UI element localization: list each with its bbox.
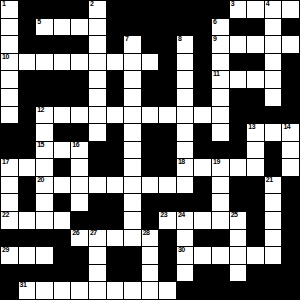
- crossword-cell[interactable]: [177, 54, 194, 71]
- crossword-cell[interactable]: 5: [36, 19, 53, 36]
- block-cell: [54, 159, 71, 176]
- crossword-cell[interactable]: [54, 107, 71, 124]
- block-cell: [89, 159, 106, 176]
- crossword-cell[interactable]: [107, 230, 124, 247]
- block-cell: [36, 36, 53, 53]
- crossword-cell[interactable]: [142, 107, 159, 124]
- block-cell: [159, 265, 176, 282]
- crossword-cell[interactable]: [71, 177, 88, 194]
- crossword-cell[interactable]: [19, 54, 36, 71]
- crossword-cell[interactable]: [159, 282, 176, 299]
- crossword-cell[interactable]: [1, 194, 18, 211]
- crossword-cell[interactable]: [124, 282, 141, 299]
- block-cell: [36, 230, 53, 247]
- crossword-cell[interactable]: [1, 36, 18, 53]
- crossword-cell[interactable]: 20: [36, 177, 53, 194]
- crossword-cell[interactable]: [36, 159, 53, 176]
- block-cell: [19, 265, 36, 282]
- block-cell: [107, 1, 124, 18]
- crossword-cell[interactable]: [89, 247, 106, 264]
- block-cell: [36, 265, 53, 282]
- block-cell: [282, 230, 299, 247]
- block-cell: [194, 71, 211, 88]
- clue-number: 13: [248, 123, 255, 131]
- crossword-cell[interactable]: 22: [1, 212, 18, 229]
- block-cell: [54, 194, 71, 211]
- block-cell: [159, 159, 176, 176]
- crossword-cell[interactable]: [247, 159, 264, 176]
- clue-number: 30: [178, 246, 185, 254]
- block-cell: [247, 54, 264, 71]
- crossword-cell[interactable]: [177, 265, 194, 282]
- crossword-cell[interactable]: [159, 177, 176, 194]
- crossword-cell[interactable]: [265, 124, 282, 141]
- crossword-cell[interactable]: [36, 54, 53, 71]
- block-cell: [54, 1, 71, 18]
- block-cell: [71, 247, 88, 264]
- clue-number: 3: [231, 0, 234, 8]
- block-cell: [212, 142, 229, 159]
- block-cell: [247, 265, 264, 282]
- clue-number: 15: [37, 141, 44, 149]
- block-cell: [36, 89, 53, 106]
- crossword-cell[interactable]: [194, 247, 211, 264]
- block-cell: [194, 230, 211, 247]
- crossword-cell[interactable]: [230, 247, 247, 264]
- crossword-cell[interactable]: [54, 212, 71, 229]
- crossword-cell[interactable]: 15: [36, 142, 53, 159]
- crossword-cell[interactable]: [89, 265, 106, 282]
- block-cell: [159, 230, 176, 247]
- crossword-cell[interactable]: [194, 212, 211, 229]
- block-cell: [177, 282, 194, 299]
- crossword-cell[interactable]: [177, 142, 194, 159]
- crossword-cell[interactable]: [1, 71, 18, 88]
- block-cell: [159, 89, 176, 106]
- crossword-cell[interactable]: [36, 247, 53, 264]
- crossword-cell[interactable]: 23: [159, 212, 176, 229]
- block-cell: [107, 212, 124, 229]
- block-cell: [71, 36, 88, 53]
- crossword-cell[interactable]: [89, 177, 106, 194]
- block-cell: [89, 142, 106, 159]
- block-cell: [265, 265, 282, 282]
- block-cell: [54, 265, 71, 282]
- block-cell: [1, 230, 18, 247]
- crossword-cell[interactable]: [89, 19, 106, 36]
- block-cell: [230, 194, 247, 211]
- block-cell: [124, 247, 141, 264]
- crossword-cell[interactable]: 28: [142, 230, 159, 247]
- crossword-cell[interactable]: [54, 177, 71, 194]
- block-cell: [71, 89, 88, 106]
- block-cell: [282, 89, 299, 106]
- crossword-cell[interactable]: [19, 247, 36, 264]
- crossword-cell[interactable]: [265, 36, 282, 53]
- block-cell: [19, 124, 36, 141]
- clue-number: 10: [2, 53, 9, 61]
- block-cell: [19, 89, 36, 106]
- block-cell: [212, 265, 229, 282]
- block-cell: [142, 124, 159, 141]
- block-cell: [1, 265, 18, 282]
- block-cell: [54, 230, 71, 247]
- crossword-cell[interactable]: [124, 194, 141, 211]
- crossword-cell[interactable]: [89, 89, 106, 106]
- block-cell: [159, 19, 176, 36]
- block-cell: [142, 142, 159, 159]
- crossword-cell[interactable]: [212, 177, 229, 194]
- crossword-cell[interactable]: [159, 107, 176, 124]
- clue-number: 25: [231, 211, 238, 219]
- clue-number: 1: [2, 0, 5, 8]
- crossword-cell[interactable]: [19, 212, 36, 229]
- crossword-cell[interactable]: [142, 265, 159, 282]
- block-cell: [107, 159, 124, 176]
- crossword-cell[interactable]: [212, 89, 229, 106]
- crossword-cell[interactable]: [265, 71, 282, 88]
- crossword-cell[interactable]: [89, 54, 106, 71]
- clue-number: 8: [178, 35, 181, 43]
- crossword-cell[interactable]: [71, 19, 88, 36]
- crossword-cell[interactable]: 31: [19, 282, 36, 299]
- crossword-cell[interactable]: 1: [1, 1, 18, 18]
- crossword-cell[interactable]: [212, 107, 229, 124]
- block-cell: [54, 247, 71, 264]
- clue-number: 4: [266, 0, 269, 8]
- block-cell: [19, 177, 36, 194]
- clue-number: 18: [178, 158, 185, 166]
- crossword-cell[interactable]: [177, 177, 194, 194]
- crossword-cell[interactable]: [89, 107, 106, 124]
- block-cell: [142, 19, 159, 36]
- block-cell: [54, 124, 71, 141]
- block-cell: [54, 89, 71, 106]
- block-cell: [1, 142, 18, 159]
- crossword-cell[interactable]: 12: [36, 107, 53, 124]
- crossword-cell[interactable]: [124, 89, 141, 106]
- crossword-cell[interactable]: 9: [212, 36, 229, 53]
- block-cell: [194, 54, 211, 71]
- crossword-cell[interactable]: [212, 247, 229, 264]
- crossword-cell[interactable]: [230, 71, 247, 88]
- block-cell: [54, 36, 71, 53]
- crossword-cell[interactable]: 29: [1, 247, 18, 264]
- crossword-cell[interactable]: [71, 107, 88, 124]
- block-cell: [142, 194, 159, 211]
- crossword-cell[interactable]: [89, 71, 106, 88]
- block-cell: [265, 159, 282, 176]
- crossword-cell[interactable]: [247, 36, 264, 53]
- block-cell: [36, 1, 53, 18]
- crossword-cell[interactable]: [107, 54, 124, 71]
- crossword-cell[interactable]: [1, 177, 18, 194]
- block-cell: [282, 177, 299, 194]
- crossword-cell[interactable]: [265, 247, 282, 264]
- block-cell: [194, 1, 211, 18]
- clue-number: 27: [90, 229, 97, 237]
- crossword-cell[interactable]: [124, 54, 141, 71]
- block-cell: [247, 282, 264, 299]
- crossword-cell[interactable]: [71, 54, 88, 71]
- crossword-cell[interactable]: [54, 19, 71, 36]
- block-cell: [282, 107, 299, 124]
- clue-number: 17: [2, 158, 9, 166]
- crossword-cell[interactable]: 26: [71, 230, 88, 247]
- clue-number: 2: [90, 0, 93, 8]
- crossword-cell[interactable]: [124, 142, 141, 159]
- block-cell: [107, 124, 124, 141]
- crossword-cell[interactable]: [36, 282, 53, 299]
- clue-number: 9: [213, 35, 216, 43]
- crossword-cell[interactable]: [265, 19, 282, 36]
- block-cell: [247, 89, 264, 106]
- block-cell: [194, 19, 211, 36]
- crossword-cell[interactable]: [265, 212, 282, 229]
- crossword-cell[interactable]: [142, 282, 159, 299]
- block-cell: [282, 194, 299, 211]
- crossword-cell[interactable]: [177, 71, 194, 88]
- block-cell: [265, 282, 282, 299]
- crossword-cell[interactable]: 13: [247, 124, 264, 141]
- block-cell: [247, 177, 264, 194]
- crossword-cell[interactable]: [124, 230, 141, 247]
- crossword-cell[interactable]: 25: [230, 212, 247, 229]
- crossword-cell[interactable]: [212, 54, 229, 71]
- block-cell: [107, 265, 124, 282]
- block-cell: [194, 36, 211, 53]
- block-cell: [71, 71, 88, 88]
- block-cell: [54, 71, 71, 88]
- crossword-cell[interactable]: [247, 1, 264, 18]
- block-cell: [124, 1, 141, 18]
- crossword-cell[interactable]: [1, 89, 18, 106]
- block-cell: [247, 230, 264, 247]
- block-cell: [1, 124, 18, 141]
- crossword-cell[interactable]: 14: [282, 124, 299, 141]
- crossword-cell[interactable]: [282, 36, 299, 53]
- crossword-cell[interactable]: [282, 142, 299, 159]
- block-cell: [230, 177, 247, 194]
- crossword-cell[interactable]: [107, 282, 124, 299]
- block-cell: [107, 89, 124, 106]
- crossword-cell[interactable]: [247, 247, 264, 264]
- crossword-cell[interactable]: [194, 107, 211, 124]
- block-cell: [194, 194, 211, 211]
- crossword-cell[interactable]: [107, 177, 124, 194]
- block-cell: [159, 247, 176, 264]
- crossword-cell[interactable]: [282, 159, 299, 176]
- crossword-cell[interactable]: [54, 282, 71, 299]
- crossword-cell[interactable]: [265, 89, 282, 106]
- crossword-cell[interactable]: [107, 107, 124, 124]
- crossword-cell[interactable]: 17: [1, 159, 18, 176]
- crossword-cell[interactable]: [282, 1, 299, 18]
- block-cell: [71, 212, 88, 229]
- crossword-cell[interactable]: 30: [177, 247, 194, 264]
- block-cell: [71, 1, 88, 18]
- block-cell: [19, 71, 36, 88]
- block-cell: [19, 142, 36, 159]
- block-cell: [19, 1, 36, 18]
- crossword-cell[interactable]: 24: [177, 212, 194, 229]
- block-cell: [19, 230, 36, 247]
- block-cell: [230, 89, 247, 106]
- crossword-cell[interactable]: [89, 124, 106, 141]
- block-cell: [107, 19, 124, 36]
- crossword-cell[interactable]: [124, 107, 141, 124]
- clue-number: 23: [160, 211, 167, 219]
- clue-number: 11: [213, 70, 219, 78]
- crossword-cell[interactable]: [36, 212, 53, 229]
- crossword-cell[interactable]: [124, 124, 141, 141]
- block-cell: [265, 107, 282, 124]
- block-cell: [194, 282, 211, 299]
- crossword-cell[interactable]: [36, 194, 53, 211]
- clue-number: 22: [2, 211, 9, 219]
- crossword-cell[interactable]: 8: [177, 36, 194, 53]
- crossword-cell[interactable]: 16: [71, 142, 88, 159]
- crossword-cell[interactable]: 10: [1, 54, 18, 71]
- block-cell: [194, 177, 211, 194]
- clue-number: 28: [143, 229, 150, 237]
- block-cell: [230, 54, 247, 71]
- crossword-cell[interactable]: [1, 107, 18, 124]
- crossword-cell[interactable]: [142, 54, 159, 71]
- crossword-cell[interactable]: [177, 89, 194, 106]
- block-cell: [247, 212, 264, 229]
- block-cell: [19, 19, 36, 36]
- block-cell: [282, 212, 299, 229]
- crossword-cell[interactable]: 7: [124, 36, 141, 53]
- block-cell: [142, 159, 159, 176]
- block-cell: [212, 230, 229, 247]
- crossword-cell[interactable]: [124, 177, 141, 194]
- crossword-cell[interactable]: 11: [212, 71, 229, 88]
- clue-number: 24: [178, 211, 185, 219]
- block-cell: [1, 282, 18, 299]
- block-cell: [107, 71, 124, 88]
- crossword-cell[interactable]: [230, 159, 247, 176]
- crossword-cell[interactable]: [177, 124, 194, 141]
- clue-number: 26: [72, 229, 79, 237]
- block-cell: [177, 19, 194, 36]
- crossword-cell[interactable]: [71, 282, 88, 299]
- block-cell: [89, 212, 106, 229]
- crossword-cell[interactable]: [265, 230, 282, 247]
- crossword-cell[interactable]: [89, 282, 106, 299]
- block-cell: [282, 247, 299, 264]
- crossword-cell[interactable]: [177, 230, 194, 247]
- block-cell: [159, 124, 176, 141]
- crossword-cell[interactable]: 2: [89, 1, 106, 18]
- block-cell: [282, 19, 299, 36]
- crossword-cell[interactable]: [212, 194, 229, 211]
- block-cell: [194, 142, 211, 159]
- block-cell: [230, 19, 247, 36]
- crossword-cell[interactable]: [71, 194, 88, 211]
- block-cell: [212, 282, 229, 299]
- clue-number: 12: [37, 106, 44, 114]
- crossword-cell[interactable]: [71, 159, 88, 176]
- block-cell: [230, 107, 247, 124]
- crossword-cell[interactable]: [19, 159, 36, 176]
- crossword-cell[interactable]: 27: [89, 230, 106, 247]
- crossword-cell[interactable]: [54, 142, 71, 159]
- crossword-cell[interactable]: [124, 212, 141, 229]
- crossword-cell[interactable]: [89, 36, 106, 53]
- crossword-cell[interactable]: 19: [212, 159, 229, 176]
- crossword-cell[interactable]: [142, 177, 159, 194]
- block-cell: [124, 265, 141, 282]
- block-cell: [124, 19, 141, 36]
- clue-number: 31: [20, 281, 27, 289]
- crossword-cell[interactable]: [212, 124, 229, 141]
- block-cell: [230, 124, 247, 141]
- crossword-cell[interactable]: [194, 159, 211, 176]
- crossword-cell[interactable]: [247, 71, 264, 88]
- clue-number: 6: [213, 18, 216, 26]
- block-cell: [71, 265, 88, 282]
- block-cell: [230, 282, 247, 299]
- clue-number: 19: [213, 158, 220, 166]
- block-cell: [282, 282, 299, 299]
- block-cell: [71, 124, 88, 141]
- block-cell: [212, 1, 229, 18]
- crossword-cell[interactable]: [212, 212, 229, 229]
- crossword-cell[interactable]: [1, 19, 18, 36]
- crossword-cell[interactable]: [177, 107, 194, 124]
- crossword-cell[interactable]: 3: [230, 1, 247, 18]
- crossword-cell[interactable]: 21: [265, 177, 282, 194]
- block-cell: [159, 1, 176, 18]
- crossword-cell[interactable]: [36, 124, 53, 141]
- block-cell: [194, 89, 211, 106]
- block-cell: [89, 194, 106, 211]
- crossword-cell[interactable]: [230, 36, 247, 53]
- block-cell: [282, 54, 299, 71]
- clue-number: 7: [125, 35, 128, 43]
- block-cell: [19, 107, 36, 124]
- crossword-cell[interactable]: [124, 71, 141, 88]
- block-cell: [107, 247, 124, 264]
- crossword-cell[interactable]: 6: [212, 19, 229, 36]
- block-cell: [142, 71, 159, 88]
- block-cell: [177, 1, 194, 18]
- crossword-cell[interactable]: [230, 230, 247, 247]
- crossword-cell[interactable]: [230, 265, 247, 282]
- block-cell: [107, 194, 124, 211]
- clue-number: 21: [266, 176, 273, 184]
- crossword-cell[interactable]: [54, 54, 71, 71]
- block-cell: [177, 194, 194, 211]
- block-cell: [247, 194, 264, 211]
- block-cell: [107, 36, 124, 53]
- crossword-cell[interactable]: 18: [177, 159, 194, 176]
- block-cell: [142, 89, 159, 106]
- crossword-cell[interactable]: [265, 194, 282, 211]
- block-cell: [230, 142, 247, 159]
- crossword-cell[interactable]: [142, 247, 159, 264]
- clue-number: 16: [72, 141, 79, 149]
- crossword-cell[interactable]: [124, 159, 141, 176]
- block-cell: [19, 194, 36, 211]
- crossword-cell[interactable]: 4: [265, 1, 282, 18]
- crossword-cell[interactable]: [265, 54, 282, 71]
- clue-number: 14: [283, 123, 290, 131]
- crossword-cell[interactable]: [247, 142, 264, 159]
- block-cell: [159, 36, 176, 53]
